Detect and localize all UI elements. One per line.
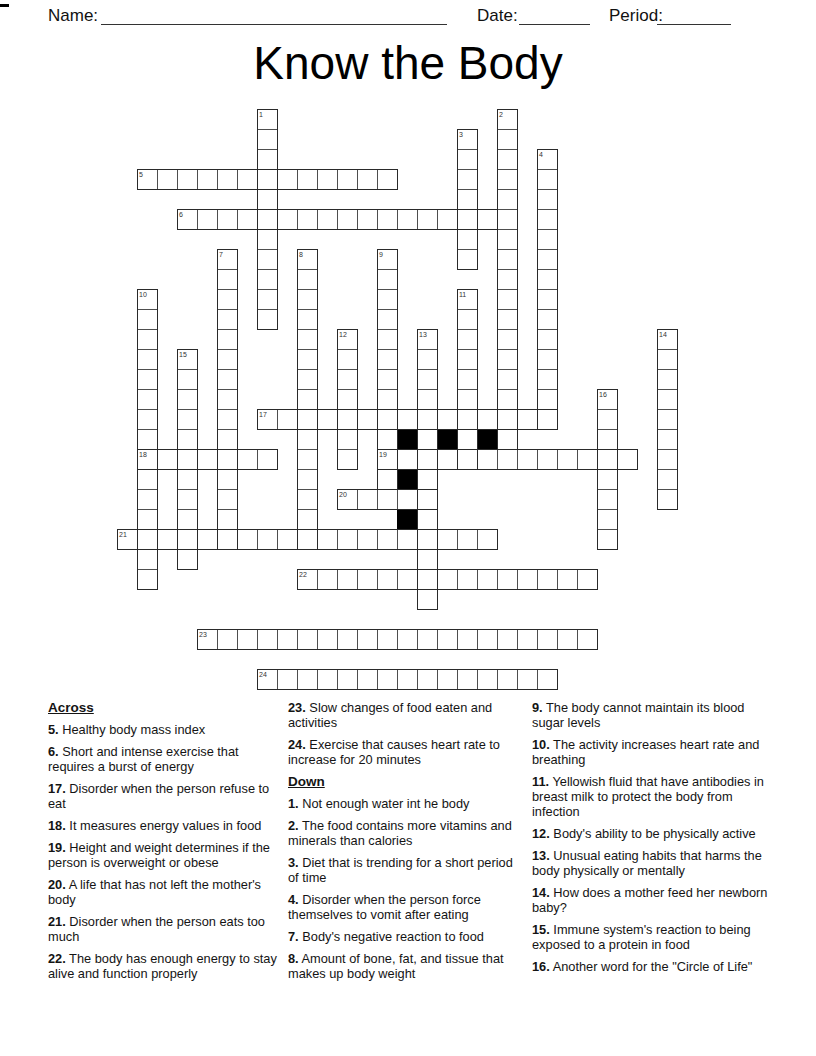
grid-cell[interactable] [457, 629, 478, 650]
grid-cell[interactable] [337, 669, 358, 690]
grid-cell[interactable] [457, 369, 478, 390]
grid-cell[interactable] [317, 629, 338, 650]
grid-cell[interactable] [217, 409, 238, 430]
grid-cell[interactable] [177, 169, 198, 190]
grid-cell[interactable] [137, 509, 158, 530]
clue-across-18: 18. It measures energy values in food [48, 818, 285, 833]
grid-cell[interactable] [337, 389, 358, 410]
grid-cell[interactable] [137, 309, 158, 330]
grid-cell[interactable] [377, 389, 398, 410]
grid-cell[interactable] [377, 289, 398, 310]
grid-cell[interactable] [337, 569, 358, 590]
grid-cell[interactable] [417, 209, 438, 230]
grid-cell[interactable] [297, 569, 318, 590]
grid-cell[interactable] [537, 149, 558, 170]
grid-cell[interactable] [137, 289, 158, 310]
grid-cell[interactable] [497, 369, 518, 390]
grid-cell[interactable] [137, 409, 158, 430]
grid-cell[interactable] [577, 629, 598, 650]
grid-cell[interactable] [417, 369, 438, 390]
grid-cell[interactable] [317, 209, 338, 230]
grid-cell[interactable] [577, 569, 598, 590]
grid-cell[interactable] [537, 269, 558, 290]
grid-cell[interactable] [297, 429, 318, 450]
grid-cell[interactable] [377, 209, 398, 230]
grid-cell[interactable] [397, 569, 418, 590]
grid-cell[interactable] [217, 529, 238, 550]
grid-cell[interactable] [337, 429, 358, 450]
grid-cell[interactable] [477, 409, 498, 430]
grid-cell[interactable] [457, 209, 478, 230]
grid-cell[interactable] [537, 329, 558, 350]
grid-cell[interactable] [157, 449, 178, 470]
grid-cell[interactable] [437, 629, 458, 650]
grid-cell[interactable] [277, 409, 298, 430]
clue-down-12: 12. Body's ability to be physically acti… [532, 826, 770, 841]
grid-cell[interactable] [517, 569, 538, 590]
grid-cell[interactable] [537, 229, 558, 250]
grid-cell[interactable] [217, 209, 238, 230]
grid-cell[interactable] [257, 409, 278, 430]
grid-cell[interactable] [177, 369, 198, 390]
clue-across-20: 20. A life that has not left the mother'… [48, 877, 285, 907]
grid-cell[interactable] [337, 369, 358, 390]
grid-cell[interactable] [537, 209, 558, 230]
grid-cell[interactable] [597, 409, 618, 430]
grid-cell[interactable] [657, 409, 678, 430]
grid-cell[interactable] [197, 529, 218, 550]
grid-cell[interactable] [337, 329, 358, 350]
grid-cell[interactable] [497, 569, 518, 590]
grid-cell[interactable] [217, 429, 238, 450]
grid-cell[interactable] [297, 629, 318, 650]
grid-cell[interactable] [417, 329, 438, 350]
grid-cell[interactable] [357, 529, 378, 550]
grid-cell[interactable] [297, 289, 318, 310]
grid-cell[interactable] [157, 169, 178, 190]
grid-cell[interactable] [217, 389, 238, 410]
grid-cell[interactable] [297, 529, 318, 550]
grid-cell[interactable] [137, 349, 158, 370]
grid-cell[interactable] [377, 409, 398, 430]
grid-cell[interactable] [177, 209, 198, 230]
grid-cell[interactable] [397, 489, 418, 510]
grid-cell[interactable] [217, 489, 238, 510]
grid-cell[interactable] [137, 449, 158, 470]
grid-cell[interactable] [397, 629, 418, 650]
grid-cell[interactable] [417, 389, 438, 410]
grid-cell[interactable] [217, 269, 238, 290]
grid-cell[interactable] [357, 569, 378, 590]
grid-cell[interactable] [137, 569, 158, 590]
grid-cell[interactable] [177, 449, 198, 470]
clue-down-13: 13. Unusual eating habits that harms the… [532, 848, 770, 878]
grid-cell[interactable] [537, 569, 558, 590]
period-blank-line [657, 24, 731, 25]
grid-cell[interactable] [257, 529, 278, 550]
clue-across-21: 21. Disorder when the person eats too mu… [48, 914, 285, 944]
grid-cell[interactable] [597, 489, 618, 510]
grid-cell[interactable] [497, 169, 518, 190]
grid-cell[interactable] [477, 629, 498, 650]
grid-cell[interactable] [257, 629, 278, 650]
grid-cell[interactable] [257, 449, 278, 470]
grid-cell[interactable] [297, 369, 318, 390]
grid-cell[interactable] [437, 409, 458, 430]
grid-cell[interactable] [497, 229, 518, 250]
grid-cell[interactable] [537, 449, 558, 470]
grid-cell[interactable] [257, 229, 278, 250]
grid-cell[interactable] [177, 529, 198, 550]
grid-cell[interactable] [417, 409, 438, 430]
grid-cell[interactable] [557, 629, 578, 650]
grid-cell[interactable] [397, 409, 418, 430]
grid-cell[interactable] [457, 449, 478, 470]
page-title: Know the Body [0, 36, 816, 90]
grid-cell[interactable] [297, 509, 318, 530]
grid-cell[interactable] [417, 589, 438, 610]
grid-cell[interactable] [177, 509, 198, 530]
grid-cell[interactable] [377, 369, 398, 390]
grid-cell[interactable] [257, 669, 278, 690]
grid-cell[interactable] [317, 569, 338, 590]
grid-cell[interactable] [197, 209, 218, 230]
grid-cell[interactable] [337, 169, 358, 190]
grid-cell[interactable] [137, 389, 158, 410]
grid-cell[interactable] [537, 669, 558, 690]
grid-cell[interactable] [137, 529, 158, 550]
grid-cell[interactable] [377, 529, 398, 550]
grid-cell[interactable] [437, 669, 458, 690]
grid-cell[interactable] [557, 449, 578, 470]
grid-cell[interactable] [557, 569, 578, 590]
grid-cell[interactable] [497, 329, 518, 350]
grid-cell[interactable] [497, 249, 518, 270]
grid-cell[interactable] [597, 449, 618, 470]
grid-cell[interactable] [477, 449, 498, 470]
grid-cell[interactable] [137, 329, 158, 350]
grid-cell[interactable] [137, 169, 158, 190]
grid-cell[interactable] [197, 169, 218, 190]
grid-cell[interactable] [177, 429, 198, 450]
grid-cell[interactable] [377, 489, 398, 510]
grid-cell[interactable] [257, 169, 278, 190]
grid-cell[interactable] [417, 349, 438, 370]
clue-down-16: 16. Another word for the "Circle of Life… [532, 959, 770, 974]
grid-cell[interactable] [277, 669, 298, 690]
grid-cell[interactable] [497, 449, 518, 470]
grid-cell[interactable] [617, 449, 638, 470]
clue-column-1: Across5. Healthy body mass index6. Short… [48, 700, 285, 988]
grid-cell[interactable] [357, 169, 378, 190]
grid-cell[interactable] [137, 549, 158, 570]
grid-cell[interactable] [657, 489, 678, 510]
grid-cell[interactable] [177, 349, 198, 370]
grid-cell[interactable] [657, 329, 678, 350]
grid-cell[interactable] [217, 349, 238, 370]
grid-cell[interactable] [357, 209, 378, 230]
grid-cell[interactable] [657, 429, 678, 450]
grid-cell[interactable] [197, 449, 218, 470]
grid-cell[interactable] [297, 209, 318, 230]
grid-cell[interactable] [537, 309, 558, 330]
grid-cell[interactable] [237, 209, 258, 230]
clue-across-19: 19. Height and weight determines if the … [48, 840, 285, 870]
grid-cell[interactable] [497, 209, 518, 230]
grid-cell[interactable] [297, 249, 318, 270]
grid-cell[interactable] [437, 569, 458, 590]
grid-cell[interactable] [417, 549, 438, 570]
grid-cell[interactable] [217, 329, 238, 350]
grid-cell[interactable] [257, 309, 278, 330]
grid-cell[interactable] [437, 449, 458, 470]
grid-cell[interactable] [457, 129, 478, 150]
grid-cell[interactable] [497, 409, 518, 430]
grid-cell[interactable] [457, 229, 478, 250]
grid-cell[interactable] [297, 389, 318, 410]
grid-cell[interactable] [277, 529, 298, 550]
grid-cell[interactable] [377, 449, 398, 470]
grid-cell[interactable] [597, 469, 618, 490]
blocked-cell [397, 509, 418, 530]
grid-cell[interactable] [417, 489, 438, 510]
grid-cell[interactable] [477, 669, 498, 690]
blocked-cell [437, 429, 458, 450]
grid-cell[interactable] [457, 389, 478, 410]
grid-cell[interactable] [377, 629, 398, 650]
grid-cell[interactable] [337, 209, 358, 230]
grid-cell[interactable] [297, 489, 318, 510]
grid-cell[interactable] [377, 429, 398, 450]
grid-cell[interactable] [657, 449, 678, 470]
grid-cell[interactable] [297, 669, 318, 690]
grid-cell[interactable] [177, 389, 198, 410]
grid-cell[interactable] [377, 309, 398, 330]
grid-cell[interactable] [657, 469, 678, 490]
grid-cell[interactable] [297, 169, 318, 190]
grid-cell[interactable] [497, 309, 518, 330]
grid-cell[interactable] [317, 169, 338, 190]
grid-cell[interactable] [437, 209, 458, 230]
grid-cell[interactable] [137, 369, 158, 390]
grid-cell[interactable] [397, 209, 418, 230]
grid-cell[interactable] [297, 409, 318, 430]
grid-cell[interactable] [297, 349, 318, 370]
grid-cell[interactable] [337, 349, 358, 370]
grid-cell[interactable] [537, 409, 558, 430]
grid-cell[interactable] [417, 669, 438, 690]
grid-cell[interactable] [657, 369, 678, 390]
grid-cell[interactable] [597, 529, 618, 550]
grid-cell[interactable] [337, 529, 358, 550]
grid-cell[interactable] [337, 409, 358, 430]
grid-cell[interactable] [237, 529, 258, 550]
grid-cell[interactable] [497, 189, 518, 210]
grid-cell[interactable] [537, 249, 558, 270]
grid-cell[interactable] [497, 349, 518, 370]
grid-cell[interactable] [397, 669, 418, 690]
grid-cell[interactable] [217, 309, 238, 330]
grid-cell[interactable] [217, 509, 238, 530]
grid-cell[interactable] [377, 349, 398, 370]
grid-cell[interactable] [417, 569, 438, 590]
grid-cell[interactable] [497, 129, 518, 150]
grid-cell[interactable] [317, 669, 338, 690]
grid-cell[interactable] [217, 629, 238, 650]
grid-cell[interactable] [577, 449, 598, 470]
grid-cell[interactable] [537, 289, 558, 310]
grid-cell[interactable] [177, 469, 198, 490]
grid-cell[interactable] [497, 669, 518, 690]
grid-cell[interactable] [137, 469, 158, 490]
grid-cell[interactable] [417, 429, 438, 450]
grid-cell[interactable] [377, 569, 398, 590]
grid-cell[interactable] [537, 629, 558, 650]
grid-cell[interactable] [497, 289, 518, 310]
grid-cell[interactable] [257, 289, 278, 310]
grid-cell[interactable] [217, 369, 238, 390]
grid-cell[interactable] [257, 249, 278, 270]
grid-cell[interactable] [257, 269, 278, 290]
grid-cell[interactable] [597, 429, 618, 450]
grid-cell[interactable] [537, 349, 558, 370]
grid-cell[interactable] [517, 449, 538, 470]
grid-cell[interactable] [457, 349, 478, 370]
grid-cell[interactable] [417, 529, 438, 550]
grid-cell[interactable] [337, 449, 358, 470]
grid-cell[interactable] [337, 629, 358, 650]
grid-cell[interactable] [537, 389, 558, 410]
grid-cell[interactable] [217, 249, 238, 270]
grid-cell[interactable] [457, 149, 478, 170]
grid-cell[interactable] [377, 269, 398, 290]
grid-cell[interactable] [457, 409, 478, 430]
grid-cell[interactable] [377, 469, 398, 490]
grid-cell[interactable] [177, 409, 198, 430]
grid-cell[interactable] [377, 329, 398, 350]
grid-cell[interactable] [157, 529, 178, 550]
grid-cell[interactable] [477, 569, 498, 590]
grid-cell[interactable] [217, 169, 238, 190]
grid-cell[interactable] [217, 469, 238, 490]
blocked-cell [397, 429, 418, 450]
name-blank-line [101, 24, 447, 25]
grid-cell[interactable] [417, 469, 438, 490]
grid-cell[interactable] [297, 269, 318, 290]
grid-cell[interactable] [417, 449, 438, 470]
grid-cell[interactable] [357, 409, 378, 430]
grid-cell[interactable] [297, 309, 318, 330]
grid-cell[interactable] [517, 409, 538, 430]
grid-cell[interactable] [257, 189, 278, 210]
grid-cell[interactable] [357, 669, 378, 690]
grid-cell[interactable] [377, 249, 398, 270]
grid-cell[interactable] [297, 449, 318, 470]
grid-cell[interactable] [237, 449, 258, 470]
grid-cell[interactable] [137, 429, 158, 450]
grid-cell[interactable] [457, 429, 478, 450]
grid-cell[interactable] [297, 329, 318, 350]
grid-cell[interactable] [457, 569, 478, 590]
grid-cell[interactable] [457, 309, 478, 330]
grid-cell[interactable] [497, 269, 518, 290]
grid-cell[interactable] [257, 209, 278, 230]
grid-cell[interactable] [537, 369, 558, 390]
grid-cell[interactable] [477, 529, 498, 550]
grid-cell[interactable] [357, 629, 378, 650]
grid-cell[interactable] [457, 249, 478, 270]
grid-cell[interactable] [457, 529, 478, 550]
grid-cell[interactable] [197, 629, 218, 650]
grid-cell[interactable] [417, 509, 438, 530]
clue-column-2: 23. Slow changes of food eaten and activ… [288, 700, 525, 988]
grid-cell[interactable] [497, 629, 518, 650]
scan-artifact [0, 4, 9, 7]
grid-cell[interactable] [177, 489, 198, 510]
grid-cell[interactable] [497, 389, 518, 410]
grid-cell[interactable] [457, 669, 478, 690]
grid-cell[interactable] [417, 629, 438, 650]
clue-across-17: 17. Disorder when the person refuse to e… [48, 781, 285, 811]
worksheet-page: Name: Date: Period: Know the Body 561718… [0, 0, 816, 1056]
grid-cell[interactable] [257, 149, 278, 170]
grid-cell[interactable] [497, 109, 518, 130]
grid-cell[interactable] [457, 329, 478, 350]
grid-cell[interactable] [277, 629, 298, 650]
grid-cell[interactable] [297, 469, 318, 490]
grid-cell[interactable] [257, 109, 278, 130]
grid-cell[interactable] [537, 169, 558, 190]
grid-cell[interactable] [657, 349, 678, 370]
date-blank-line [519, 24, 590, 25]
grid-cell[interactable] [497, 429, 518, 450]
grid-cell[interactable] [537, 189, 558, 210]
grid-cell[interactable] [597, 509, 618, 530]
grid-cell[interactable] [397, 529, 418, 550]
grid-cell[interactable] [597, 389, 618, 410]
grid-cell[interactable] [477, 209, 498, 230]
clue-column-3: 9. The body cannot maintain its blood su… [532, 700, 770, 981]
grid-cell[interactable] [377, 169, 398, 190]
grid-cell[interactable] [457, 189, 478, 210]
grid-cell[interactable] [117, 529, 138, 550]
grid-cell[interactable] [217, 289, 238, 310]
grid-cell[interactable] [457, 169, 478, 190]
grid-cell[interactable] [257, 129, 278, 150]
grid-cell[interactable] [237, 169, 258, 190]
grid-cell[interactable] [277, 169, 298, 190]
grid-cell[interactable] [317, 409, 338, 430]
grid-cell[interactable] [337, 489, 358, 510]
grid-cell[interactable] [517, 669, 538, 690]
grid-cell[interactable] [177, 549, 198, 570]
grid-cell[interactable] [217, 449, 238, 470]
grid-cell[interactable] [437, 529, 458, 550]
blocked-cell [477, 429, 498, 450]
grid-cell[interactable] [237, 629, 258, 650]
grid-cell[interactable] [497, 149, 518, 170]
grid-cell[interactable] [517, 629, 538, 650]
grid-cell[interactable] [357, 489, 378, 510]
grid-cell[interactable] [657, 389, 678, 410]
grid-cell[interactable] [317, 529, 338, 550]
grid-cell[interactable] [457, 289, 478, 310]
grid-cell[interactable] [137, 489, 158, 510]
grid-cell[interactable] [397, 449, 418, 470]
grid-cell[interactable] [277, 209, 298, 230]
grid-cell[interactable] [377, 669, 398, 690]
down-header: Down [288, 774, 525, 789]
